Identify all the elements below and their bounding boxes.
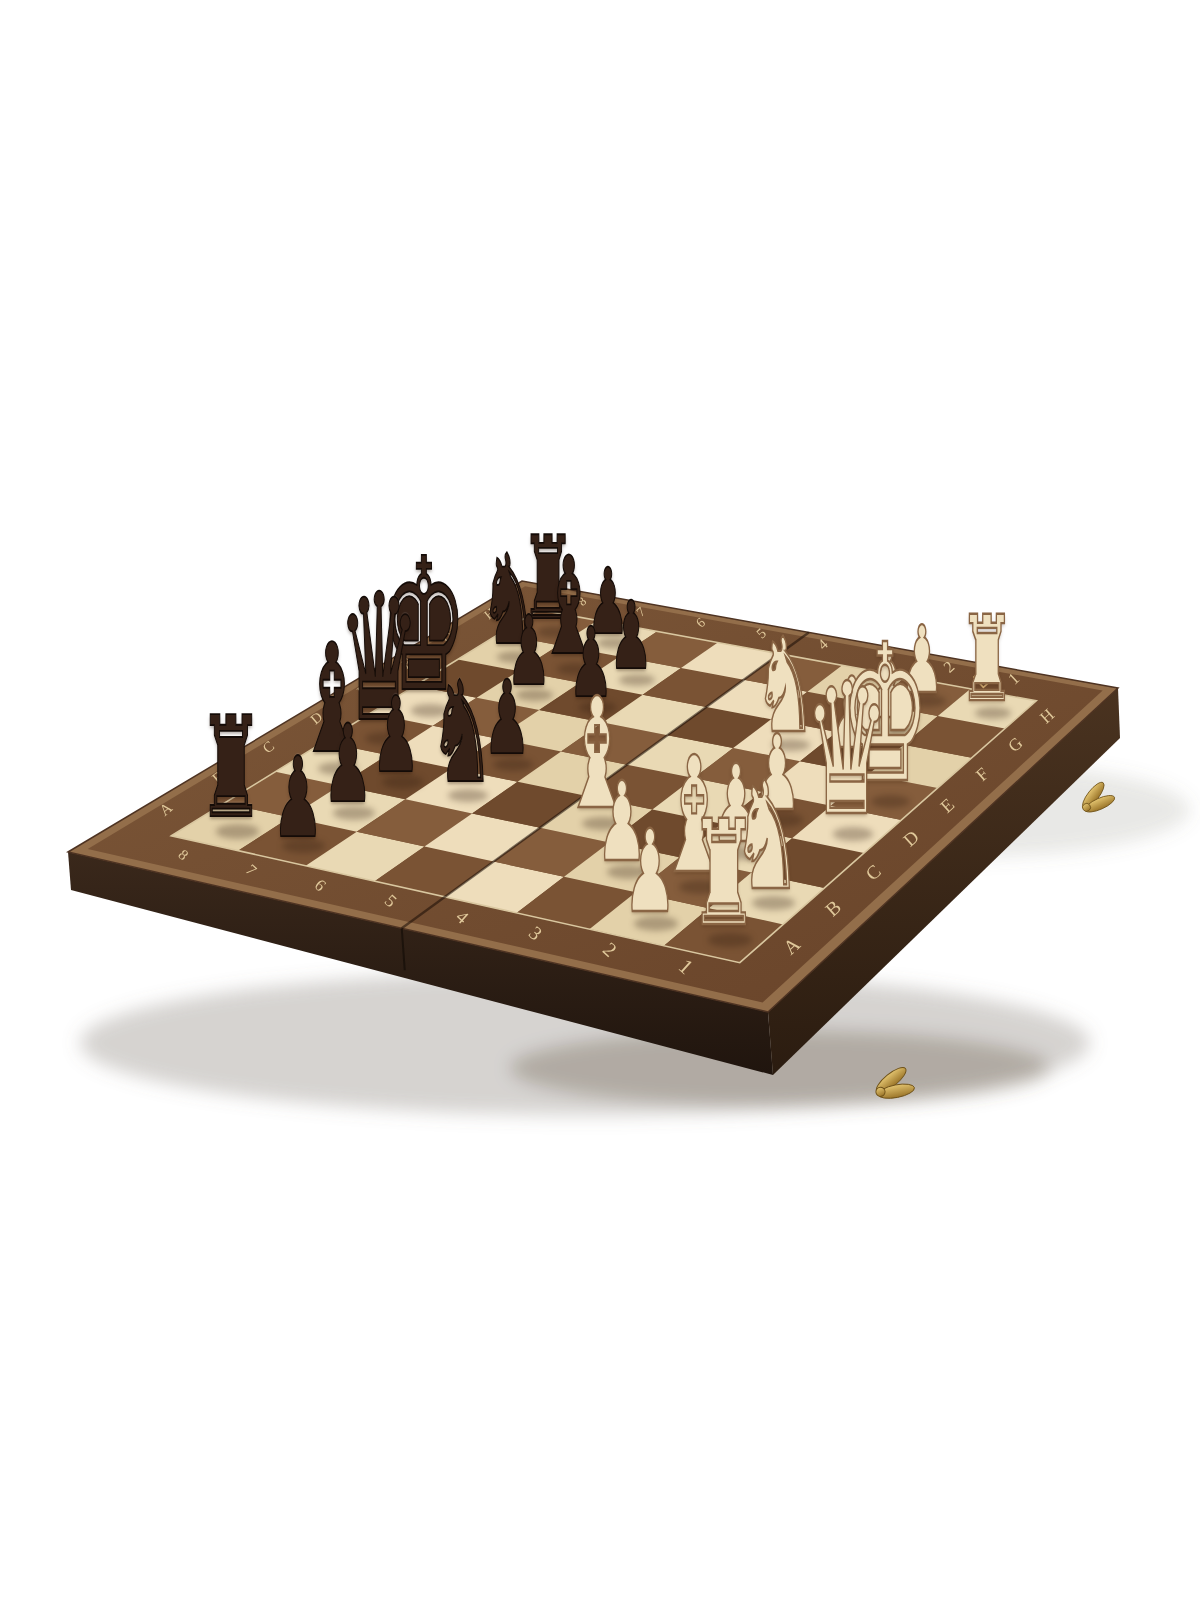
chess-set-product-photo: 88AA77BB66CC55DD44EE33FF22GG11HH ♜♟♞♝♟♟♟… bbox=[0, 0, 1200, 1600]
chess-board: 88AA77BB66CC55DD44EE33FF22GG11HH bbox=[0, 0, 1200, 1600]
